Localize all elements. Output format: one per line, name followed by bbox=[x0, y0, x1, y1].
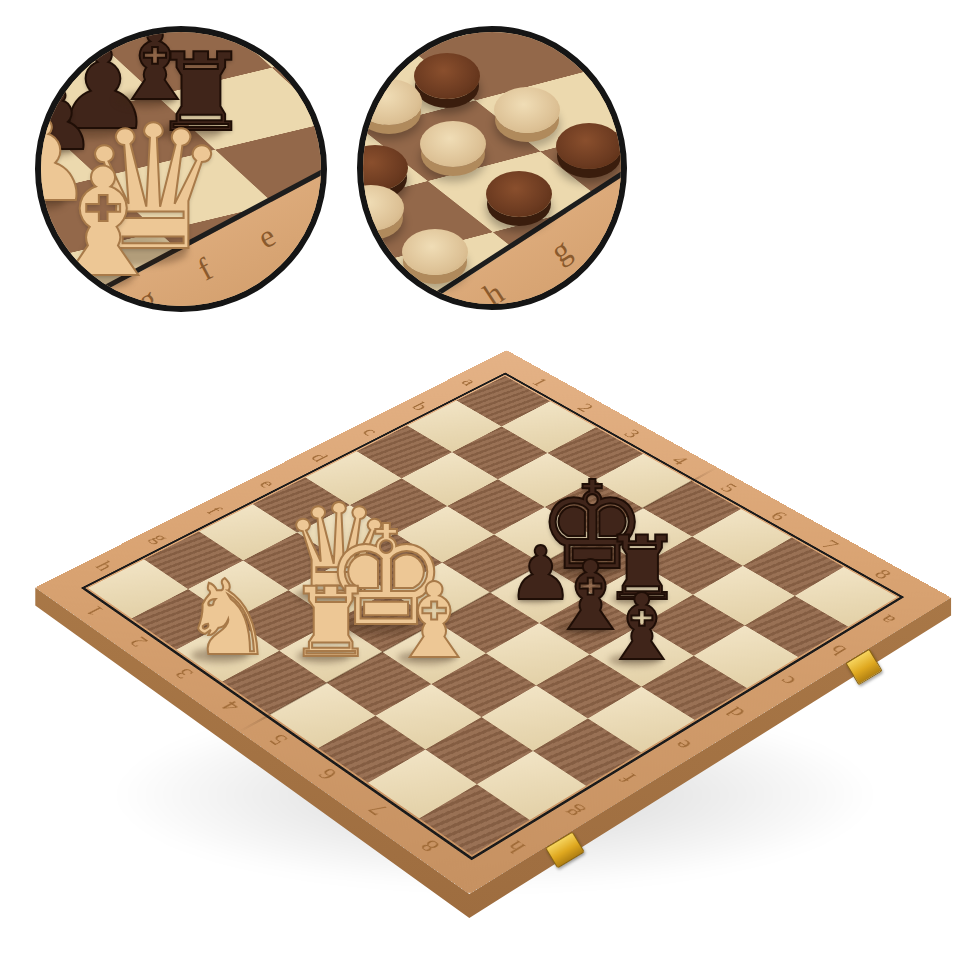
inset-white-pawn: ♟ bbox=[35, 105, 93, 217]
checker-disc-dark bbox=[486, 171, 552, 217]
checker-disc-light bbox=[420, 121, 486, 167]
checker-disc-dark bbox=[556, 123, 622, 169]
dark-bishop-d7[interactable]: ♝ bbox=[600, 582, 682, 674]
checker-disc-light bbox=[402, 229, 468, 275]
white-bishop-f5[interactable]: ♝ bbox=[388, 569, 481, 673]
inset-checkers-closeup: hgf bbox=[357, 26, 627, 310]
inset-edge-label-f: f bbox=[611, 190, 627, 227]
inset-edge-label-e: e bbox=[252, 217, 282, 256]
inset-chess-closeup: gfe ♟♝♜♟♛♝♟ bbox=[35, 26, 327, 312]
white-rook-g4[interactable]: ♜ bbox=[288, 575, 374, 671]
inset-edge-label-h: h bbox=[477, 274, 511, 310]
checker-disc-light bbox=[494, 87, 560, 133]
white-knight-h3[interactable]: ♞ bbox=[181, 567, 274, 671]
checker-disc-light bbox=[357, 79, 422, 125]
inset-edge-label-g: g bbox=[544, 231, 578, 271]
product-photo: aa11bb22cc33dd44ee55ff66gg77hh88 ♚♛♜♝♞♚♜… bbox=[0, 0, 980, 980]
checker-disc-dark bbox=[414, 53, 480, 99]
